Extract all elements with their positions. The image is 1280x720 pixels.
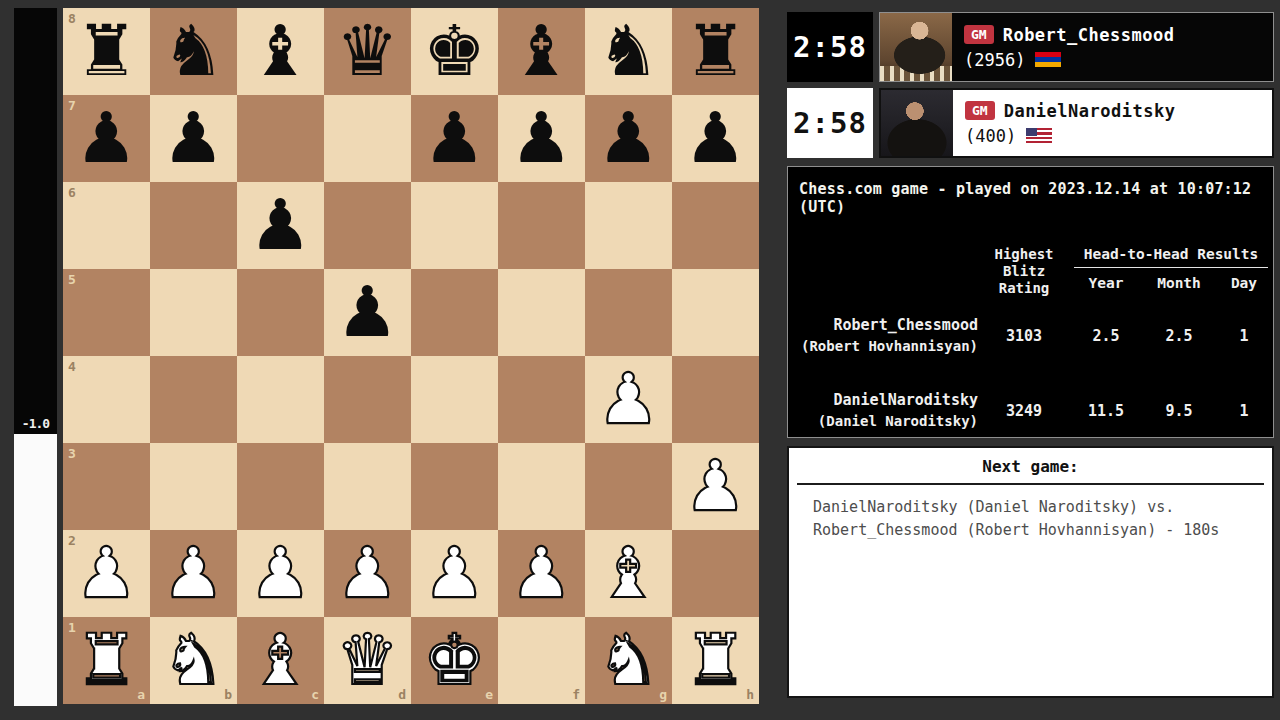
square-g3[interactable] [585,443,672,530]
eval-bar-white-section [14,434,57,706]
square-e6[interactable] [411,182,498,269]
square-e2[interactable]: ♟ [411,530,498,617]
square-c5[interactable] [237,269,324,356]
square-c4[interactable] [237,356,324,443]
white-bishop[interactable]: ♝ [249,617,312,704]
square-a6[interactable]: 6 [63,182,150,269]
black-king[interactable]: ♚ [423,8,486,95]
rank-label-7: 7 [68,99,76,112]
game-info-panel: Chess.com game - played on 2023.12.14 at… [787,166,1274,438]
square-d4[interactable] [324,356,411,443]
year-score-value: 11.5 [1070,390,1142,431]
username-text: Robert_Chessmood [788,315,978,336]
black-pawn[interactable]: ♟ [510,95,573,182]
black-knight[interactable]: ♞ [597,8,660,95]
black-pawn[interactable]: ♟ [75,95,138,182]
black-bishop[interactable]: ♝ [510,8,573,95]
white-queen[interactable]: ♛ [336,617,399,704]
white-player-clock: 2:58 [787,88,873,158]
square-g6[interactable] [585,182,672,269]
square-d2[interactable]: ♟ [324,530,411,617]
game-info-header: Chess.com game - played on 2023.12.14 at… [788,167,1273,216]
month-score-value: 9.5 [1142,390,1216,431]
next-game-line-1: DanielNaroditsky (Daniel Naroditsky) vs. [813,496,1272,519]
next-game-panel: Next game: DanielNaroditsky (Daniel Naro… [787,446,1274,698]
black-pawn[interactable]: ♟ [162,95,225,182]
year-score-value: 2.5 [1070,315,1142,356]
black-player-info: GM Robert_Chessmood (2956) [952,13,1186,81]
next-game-line-2: Robert_Chessmood (Robert Hovhannisyan) -… [813,519,1272,542]
square-b4[interactable] [150,356,237,443]
black-pawn[interactable]: ♟ [249,182,312,269]
black-pawn[interactable]: ♟ [423,95,486,182]
rank-label-1: 1 [68,621,76,634]
square-b2[interactable]: ♟ [150,530,237,617]
square-f7[interactable]: ♟ [498,95,585,182]
white-player-rating: (400) [965,126,1016,146]
usa-flag-icon [1026,128,1052,143]
realname-text: (Daniel Naroditsky) [788,411,978,431]
square-c8[interactable]: ♝ [237,8,324,95]
white-player-photo [881,90,953,156]
white-pawn[interactable]: ♟ [249,530,312,617]
square-e3[interactable] [411,443,498,530]
highest-rating-value: 3249 [978,390,1070,431]
square-c3[interactable] [237,443,324,530]
rank-label-2: 2 [68,534,76,547]
square-f5[interactable] [498,269,585,356]
square-a3[interactable]: 3 [63,443,150,530]
gm-title-badge: GM [964,25,994,45]
square-h8[interactable]: ♜ [672,8,759,95]
white-knight[interactable]: ♞ [597,617,660,704]
black-pawn[interactable]: ♟ [684,95,747,182]
black-pawn[interactable]: ♟ [336,269,399,356]
rank-label-6: 6 [68,186,76,199]
square-c6[interactable]: ♟ [237,182,324,269]
player-row-black: 2:58 GM Robert_Chessmood (2956) [787,12,1274,82]
day-score-value: 1 [1216,315,1272,356]
square-h1[interactable]: h♜ [672,617,759,704]
white-pawn[interactable]: ♟ [75,530,138,617]
month-column-header: Month [1142,275,1216,291]
rank-label-8: 8 [68,12,76,25]
rank-label-5: 5 [68,273,76,286]
black-player-rating: (2956) [964,50,1025,70]
square-d8[interactable]: ♛ [324,8,411,95]
square-h2[interactable] [672,530,759,617]
h2h-period-headers: Year Month Day [1070,268,1272,291]
black-knight[interactable]: ♞ [162,8,225,95]
username-text: DanielNaroditsky [788,390,978,411]
eval-bar: -1.0 [14,8,57,706]
white-pawn[interactable]: ♟ [162,530,225,617]
realname-text: (Robert Hovhannisyan) [788,336,978,356]
black-bishop[interactable]: ♝ [249,8,312,95]
square-d3[interactable] [324,443,411,530]
white-rook[interactable]: ♜ [684,617,747,704]
white-pawn[interactable]: ♟ [597,356,660,443]
square-a4[interactable]: 4 [63,356,150,443]
armenia-flag-icon [1035,52,1061,67]
player-row-white: 2:58 GM DanielNaroditsky (400) [787,88,1274,158]
black-queen[interactable]: ♛ [336,8,399,95]
square-a8[interactable]: 8♜ [63,8,150,95]
square-c7[interactable] [237,95,324,182]
square-c2[interactable]: ♟ [237,530,324,617]
h2h-row-daniel: DanielNaroditsky (Daniel Naroditsky) 324… [788,390,1273,431]
square-h7[interactable]: ♟ [672,95,759,182]
h2h-table-header: Highest Blitz Rating Head-to-Head Result… [788,246,1273,297]
square-a5[interactable]: 5 [63,269,150,356]
file-label-c: c [311,688,319,701]
black-rook[interactable]: ♜ [684,8,747,95]
square-c1[interactable]: c♝ [237,617,324,704]
month-score-value: 2.5 [1142,315,1216,356]
h2h-row-robert: Robert_Chessmood (Robert Hovhannisyan) 3… [788,315,1273,356]
square-f6[interactable] [498,182,585,269]
white-player-card: GM DanielNaroditsky (400) [879,88,1274,158]
square-f1[interactable]: f [498,617,585,704]
square-g1[interactable]: g♞ [585,617,672,704]
white-king[interactable]: ♚ [423,617,486,704]
square-h3[interactable]: ♟ [672,443,759,530]
gm-title-badge: GM [965,101,995,121]
black-rook[interactable]: ♜ [75,8,138,95]
file-label-b: b [224,688,232,701]
white-pawn[interactable]: ♟ [510,530,573,617]
white-player-info: GM DanielNaroditsky (400) [953,90,1187,156]
white-knight[interactable]: ♞ [162,617,225,704]
file-label-f: f [572,688,580,701]
square-a1[interactable]: 1a♜ [63,617,150,704]
stream-stage: -1.0 8♜♞♝♛♚♝♞♜7♟♟♟♟♟♟6♟5♟4♟3♟2♟♟♟♟♟♟♝1a♜… [0,0,1280,720]
black-player-name: Robert_Chessmood [1003,25,1175,45]
right-column: 2:58 GM Robert_Chessmood (2956) 2:58 [787,12,1274,698]
white-player-name: DanielNaroditsky [1004,101,1176,121]
square-h6[interactable] [672,182,759,269]
square-g8[interactable]: ♞ [585,8,672,95]
square-b1[interactable]: b♞ [150,617,237,704]
square-b7[interactable]: ♟ [150,95,237,182]
square-f3[interactable] [498,443,585,530]
white-pawn[interactable]: ♟ [423,530,486,617]
next-game-title: Next game: [789,448,1272,476]
square-e5[interactable] [411,269,498,356]
eval-score: -1.0 [22,416,49,434]
file-label-a: a [137,688,145,701]
square-d6[interactable] [324,182,411,269]
square-e4[interactable] [411,356,498,443]
player-name-cell: Robert_Chessmood (Robert Hovhannisyan) [788,315,978,356]
square-h5[interactable] [672,269,759,356]
rank-label-3: 3 [68,447,76,460]
square-b3[interactable] [150,443,237,530]
white-rook[interactable]: ♜ [75,617,138,704]
day-column-header: Day [1216,275,1272,291]
square-g2[interactable]: ♝ [585,530,672,617]
square-a2[interactable]: 2♟ [63,530,150,617]
day-score-value: 1 [1216,390,1272,431]
h2h-results-title: Head-to-Head Results [1074,246,1268,268]
square-g7[interactable]: ♟ [585,95,672,182]
square-h4[interactable] [672,356,759,443]
rank-label-4: 4 [68,360,76,373]
chess-board[interactable]: 8♜♞♝♛♚♝♞♜7♟♟♟♟♟♟6♟5♟4♟3♟2♟♟♟♟♟♟♝1a♜b♞c♝d… [63,8,759,704]
file-label-d: d [398,688,406,701]
square-a7[interactable]: 7♟ [63,95,150,182]
square-b6[interactable] [150,182,237,269]
square-d7[interactable] [324,95,411,182]
h2h-results-header-group: Head-to-Head Results Year Month Day [1070,246,1272,297]
square-g5[interactable] [585,269,672,356]
square-b8[interactable]: ♞ [150,8,237,95]
black-player-photo [880,13,952,81]
square-e1[interactable]: e♚ [411,617,498,704]
file-label-g: g [659,688,667,701]
square-d1[interactable]: d♛ [324,617,411,704]
file-label-e: e [485,688,493,701]
white-bishop[interactable]: ♝ [597,530,660,617]
white-pawn[interactable]: ♟ [684,443,747,530]
square-b5[interactable] [150,269,237,356]
black-player-clock: 2:58 [787,12,873,82]
square-f2[interactable]: ♟ [498,530,585,617]
black-player-card: GM Robert_Chessmood (2956) [879,12,1274,82]
square-e7[interactable]: ♟ [411,95,498,182]
white-pawn[interactable]: ♟ [336,530,399,617]
square-g4[interactable]: ♟ [585,356,672,443]
file-label-h: h [746,688,754,701]
next-game-divider [797,483,1264,485]
eval-bar-black-section: -1.0 [14,8,57,434]
black-pawn[interactable]: ♟ [597,95,660,182]
square-f8[interactable]: ♝ [498,8,585,95]
player-name-cell: DanielNaroditsky (Daniel Naroditsky) [788,390,978,431]
square-d5[interactable]: ♟ [324,269,411,356]
highest-rating-value: 3103 [978,315,1070,356]
square-f4[interactable] [498,356,585,443]
square-e8[interactable]: ♚ [411,8,498,95]
highest-blitz-rating-header: Highest Blitz Rating [978,246,1070,297]
year-column-header: Year [1070,275,1142,291]
